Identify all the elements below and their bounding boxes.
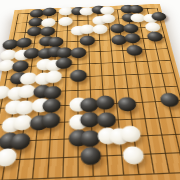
white-stone[interactable] [0, 149, 17, 168]
white-stone[interactable] [92, 24, 108, 34]
white-stone[interactable] [144, 22, 161, 32]
black-stone[interactable] [124, 33, 141, 44]
black-stone[interactable] [42, 8, 57, 17]
black-stone[interactable] [56, 57, 73, 69]
white-stone[interactable] [123, 145, 146, 164]
white-stone[interactable] [58, 17, 73, 27]
black-stone[interactable] [81, 146, 102, 165]
grid-line-vertical [62, 12, 68, 178]
black-stone[interactable] [96, 112, 116, 128]
black-stone[interactable] [11, 60, 29, 72]
grid-line-horizontal [0, 171, 180, 180]
black-stone[interactable] [95, 95, 114, 110]
grid-line-vertical [157, 8, 180, 172]
black-stone[interactable] [146, 31, 164, 42]
black-stone[interactable] [118, 97, 138, 112]
black-stone[interactable] [80, 35, 96, 46]
black-stone[interactable] [42, 99, 61, 114]
black-stone[interactable] [159, 93, 180, 108]
black-stone[interactable] [39, 27, 55, 37]
black-stone[interactable] [15, 37, 32, 48]
black-stone[interactable] [70, 47, 86, 58]
black-stone[interactable] [41, 113, 61, 129]
black-stone[interactable] [43, 85, 61, 99]
black-stone[interactable] [70, 69, 87, 82]
grid-line-vertical [77, 11, 78, 176]
board-perspective-wrapper [0, 0, 180, 180]
black-stone[interactable] [48, 36, 64, 47]
black-stone[interactable] [123, 23, 139, 33]
board-tilt-wrapper [0, 0, 180, 180]
white-stone[interactable] [44, 71, 62, 84]
goban[interactable] [0, 4, 180, 180]
white-stone[interactable] [100, 14, 115, 23]
go-board-photo [0, 0, 180, 180]
black-stone[interactable] [126, 45, 144, 56]
